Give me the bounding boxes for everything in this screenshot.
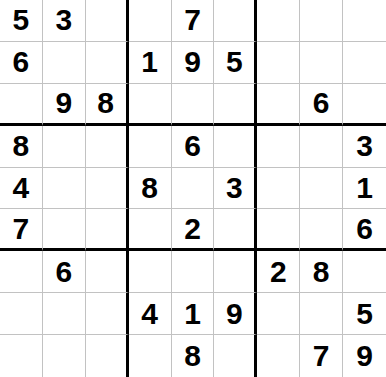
cell-r2c3-empty[interactable]	[86, 42, 129, 84]
cell-r4c7-empty[interactable]	[257, 126, 300, 168]
cell-r9c2-empty[interactable]	[43, 335, 86, 377]
cell-r5c1-given[interactable]: 4	[0, 168, 43, 210]
cell-r9c4-empty[interactable]	[129, 335, 172, 377]
cell-r1c6-empty[interactable]	[214, 0, 257, 42]
cell-r5c9-given[interactable]: 1	[343, 168, 386, 210]
cell-r7c7-given[interactable]: 2	[257, 251, 300, 293]
cell-r2c9-empty[interactable]	[343, 42, 386, 84]
cell-r9c5-given[interactable]: 8	[172, 335, 215, 377]
cell-r7c5-empty[interactable]	[172, 251, 215, 293]
cell-r6c3-empty[interactable]	[86, 209, 129, 251]
cell-r6c1-given[interactable]: 7	[0, 209, 43, 251]
cell-r3c2-given[interactable]: 9	[43, 84, 86, 126]
cell-r3c3-given[interactable]: 8	[86, 84, 129, 126]
cell-r8c4-given[interactable]: 4	[129, 293, 172, 335]
cell-r8c9-given[interactable]: 5	[343, 293, 386, 335]
cell-r4c2-empty[interactable]	[43, 126, 86, 168]
cell-r2c5-given[interactable]: 9	[172, 42, 215, 84]
cell-r9c6-empty[interactable]	[214, 335, 257, 377]
cell-r3c8-given[interactable]: 6	[300, 84, 343, 126]
cell-r4c6-empty[interactable]	[214, 126, 257, 168]
cell-r4c3-empty[interactable]	[86, 126, 129, 168]
cell-r8c6-given[interactable]: 9	[214, 293, 257, 335]
cell-r8c5-given[interactable]: 1	[172, 293, 215, 335]
cell-r7c2-given[interactable]: 6	[43, 251, 86, 293]
cell-r1c3-empty[interactable]	[86, 0, 129, 42]
cell-r9c3-empty[interactable]	[86, 335, 129, 377]
cell-r6c4-empty[interactable]	[129, 209, 172, 251]
cell-r4c4-empty[interactable]	[129, 126, 172, 168]
cell-r1c1-given[interactable]: 5	[0, 0, 43, 42]
cell-r9c8-given[interactable]: 7	[300, 335, 343, 377]
cell-r3c7-empty[interactable]	[257, 84, 300, 126]
cell-r7c9-empty[interactable]	[343, 251, 386, 293]
cell-r2c6-given[interactable]: 5	[214, 42, 257, 84]
cell-r7c1-empty[interactable]	[0, 251, 43, 293]
cell-r2c7-empty[interactable]	[257, 42, 300, 84]
cell-r5c7-empty[interactable]	[257, 168, 300, 210]
cell-r5c6-given[interactable]: 3	[214, 168, 257, 210]
cell-r8c7-empty[interactable]	[257, 293, 300, 335]
cell-r3c9-empty[interactable]	[343, 84, 386, 126]
cell-r3c1-empty[interactable]	[0, 84, 43, 126]
cell-r7c8-given[interactable]: 8	[300, 251, 343, 293]
cell-r1c5-given[interactable]: 7	[172, 0, 215, 42]
cell-r1c4-empty[interactable]	[129, 0, 172, 42]
cell-r6c9-given[interactable]: 6	[343, 209, 386, 251]
cell-r4c1-given[interactable]: 8	[0, 126, 43, 168]
sudoku-board: 537619598686348317266284195879	[0, 0, 386, 377]
cell-r3c6-empty[interactable]	[214, 84, 257, 126]
cell-r5c4-given[interactable]: 8	[129, 168, 172, 210]
cell-r8c1-empty[interactable]	[0, 293, 43, 335]
cell-r8c3-empty[interactable]	[86, 293, 129, 335]
cell-r9c1-empty[interactable]	[0, 335, 43, 377]
cell-r6c8-empty[interactable]	[300, 209, 343, 251]
cell-r2c4-given[interactable]: 1	[129, 42, 172, 84]
cell-r5c2-empty[interactable]	[43, 168, 86, 210]
cell-r4c5-given[interactable]: 6	[172, 126, 215, 168]
cell-r5c3-empty[interactable]	[86, 168, 129, 210]
cell-r7c6-empty[interactable]	[214, 251, 257, 293]
cell-r2c8-empty[interactable]	[300, 42, 343, 84]
cell-r8c2-empty[interactable]	[43, 293, 86, 335]
cell-r4c9-given[interactable]: 3	[343, 126, 386, 168]
cell-r6c2-empty[interactable]	[43, 209, 86, 251]
cell-r2c2-empty[interactable]	[43, 42, 86, 84]
cell-r3c5-empty[interactable]	[172, 84, 215, 126]
cell-r2c1-given[interactable]: 6	[0, 42, 43, 84]
cell-r4c8-empty[interactable]	[300, 126, 343, 168]
cell-r5c5-empty[interactable]	[172, 168, 215, 210]
cell-r6c6-empty[interactable]	[214, 209, 257, 251]
cell-r5c8-empty[interactable]	[300, 168, 343, 210]
cell-r1c2-given[interactable]: 3	[43, 0, 86, 42]
cell-r1c9-empty[interactable]	[343, 0, 386, 42]
cell-r3c4-empty[interactable]	[129, 84, 172, 126]
cell-r6c7-empty[interactable]	[257, 209, 300, 251]
cell-r9c7-empty[interactable]	[257, 335, 300, 377]
cell-r8c8-empty[interactable]	[300, 293, 343, 335]
cell-r9c9-given[interactable]: 9	[343, 335, 386, 377]
cell-r7c4-empty[interactable]	[129, 251, 172, 293]
cell-r1c8-empty[interactable]	[300, 0, 343, 42]
cell-r7c3-empty[interactable]	[86, 251, 129, 293]
cell-r1c7-empty[interactable]	[257, 0, 300, 42]
cell-r6c5-given[interactable]: 2	[172, 209, 215, 251]
